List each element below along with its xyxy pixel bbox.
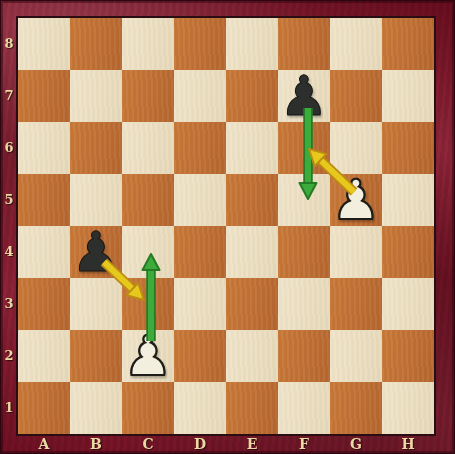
- square-c3[interactable]: [122, 278, 174, 330]
- file-label-G: G: [330, 435, 382, 454]
- square-h3[interactable]: [382, 278, 434, 330]
- file-label-F: F: [278, 435, 330, 454]
- square-g4[interactable]: [330, 226, 382, 278]
- square-c1[interactable]: [122, 382, 174, 434]
- file-label-E: E: [226, 435, 278, 454]
- white-pawn-c2[interactable]: ♟: [123, 330, 172, 382]
- square-g2[interactable]: [330, 330, 382, 382]
- square-f3[interactable]: [278, 278, 330, 330]
- square-d1[interactable]: [174, 382, 226, 434]
- square-b6[interactable]: [70, 122, 122, 174]
- file-label-B: B: [70, 435, 122, 454]
- square-b1[interactable]: [70, 382, 122, 434]
- square-a5[interactable]: [18, 174, 70, 226]
- square-d7[interactable]: [174, 70, 226, 122]
- rank-label-1: 1: [1, 382, 17, 434]
- square-a1[interactable]: [18, 382, 70, 434]
- square-h8[interactable]: [382, 18, 434, 70]
- rank-label-2: 2: [1, 330, 17, 382]
- square-a6[interactable]: [18, 122, 70, 174]
- square-a8[interactable]: [18, 18, 70, 70]
- rank-label-3: 3: [1, 278, 17, 330]
- square-d5[interactable]: [174, 174, 226, 226]
- square-e4[interactable]: [226, 226, 278, 278]
- square-f6[interactable]: [278, 122, 330, 174]
- square-e6[interactable]: [226, 122, 278, 174]
- white-pawn-g5[interactable]: ♟: [331, 174, 380, 226]
- board-border: ♟♟♟♟: [16, 16, 436, 436]
- square-h7[interactable]: [382, 70, 434, 122]
- square-h2[interactable]: [382, 330, 434, 382]
- square-g7[interactable]: [330, 70, 382, 122]
- square-h1[interactable]: [382, 382, 434, 434]
- square-f8[interactable]: [278, 18, 330, 70]
- square-a4[interactable]: [18, 226, 70, 278]
- square-c7[interactable]: [122, 70, 174, 122]
- square-e1[interactable]: [226, 382, 278, 434]
- square-g8[interactable]: [330, 18, 382, 70]
- file-label-H: H: [382, 435, 434, 454]
- square-h5[interactable]: [382, 174, 434, 226]
- square-d4[interactable]: [174, 226, 226, 278]
- square-e7[interactable]: [226, 70, 278, 122]
- square-h4[interactable]: [382, 226, 434, 278]
- square-c6[interactable]: [122, 122, 174, 174]
- square-e3[interactable]: [226, 278, 278, 330]
- square-a2[interactable]: [18, 330, 70, 382]
- square-g5[interactable]: ♟: [330, 174, 382, 226]
- square-f4[interactable]: [278, 226, 330, 278]
- square-g1[interactable]: [330, 382, 382, 434]
- square-b4[interactable]: ♟: [70, 226, 122, 278]
- square-b5[interactable]: [70, 174, 122, 226]
- square-g6[interactable]: [330, 122, 382, 174]
- square-g3[interactable]: [330, 278, 382, 330]
- square-c5[interactable]: [122, 174, 174, 226]
- file-label-D: D: [174, 435, 226, 454]
- square-h6[interactable]: [382, 122, 434, 174]
- rank-label-7: 7: [1, 70, 17, 122]
- square-e5[interactable]: [226, 174, 278, 226]
- file-label-A: A: [18, 435, 70, 454]
- chess-board: ♟♟♟♟: [18, 18, 434, 434]
- black-pawn-b4[interactable]: ♟: [71, 226, 120, 278]
- square-f2[interactable]: [278, 330, 330, 382]
- square-d8[interactable]: [174, 18, 226, 70]
- square-d2[interactable]: [174, 330, 226, 382]
- square-c4[interactable]: [122, 226, 174, 278]
- square-c8[interactable]: [122, 18, 174, 70]
- square-e8[interactable]: [226, 18, 278, 70]
- square-b8[interactable]: [70, 18, 122, 70]
- square-b3[interactable]: [70, 278, 122, 330]
- square-f5[interactable]: [278, 174, 330, 226]
- square-f1[interactable]: [278, 382, 330, 434]
- rank-label-8: 8: [1, 18, 17, 70]
- square-c2[interactable]: ♟: [122, 330, 174, 382]
- rank-label-5: 5: [1, 174, 17, 226]
- rank-label-4: 4: [1, 226, 17, 278]
- square-e2[interactable]: [226, 330, 278, 382]
- square-b2[interactable]: [70, 330, 122, 382]
- square-a7[interactable]: [18, 70, 70, 122]
- rank-label-6: 6: [1, 122, 17, 174]
- file-label-C: C: [122, 435, 174, 454]
- square-f7[interactable]: ♟: [278, 70, 330, 122]
- square-d3[interactable]: [174, 278, 226, 330]
- chess-board-frame: ♟♟♟♟ 87654321 ABCDEFGH: [0, 0, 455, 454]
- square-d6[interactable]: [174, 122, 226, 174]
- black-pawn-f7[interactable]: ♟: [279, 70, 328, 122]
- square-a3[interactable]: [18, 278, 70, 330]
- square-b7[interactable]: [70, 70, 122, 122]
